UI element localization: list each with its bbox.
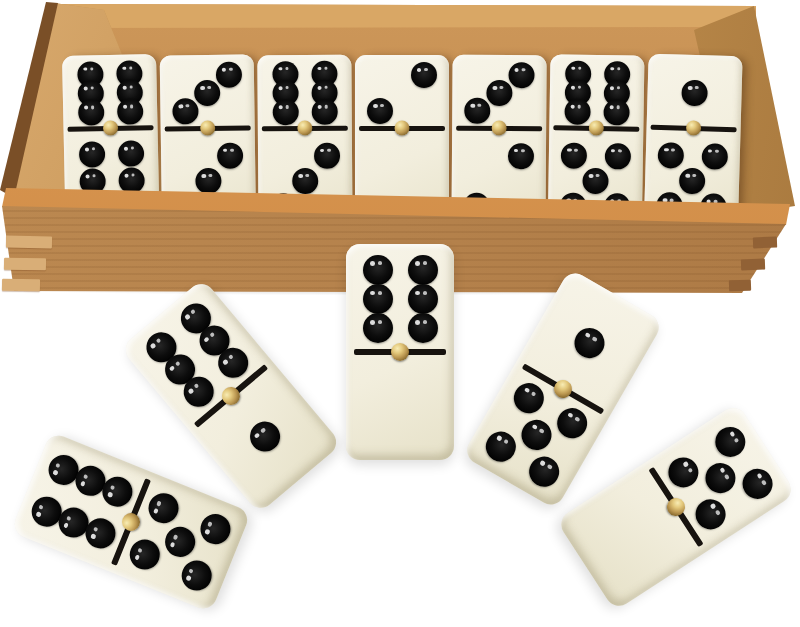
pip — [508, 378, 549, 419]
pip — [292, 168, 318, 194]
pip — [78, 141, 105, 168]
pip — [679, 168, 706, 195]
tile-half-top — [70, 62, 149, 124]
pip — [582, 168, 608, 194]
tile-half-top — [460, 63, 538, 124]
pip — [603, 99, 629, 125]
pip — [272, 99, 298, 125]
pip — [552, 403, 593, 444]
pip — [508, 62, 534, 88]
brass-spinner-pin — [391, 343, 409, 361]
finger-joint-left — [2, 279, 40, 292]
tile-half-bottom — [355, 359, 445, 451]
pip — [663, 451, 704, 492]
pip — [508, 143, 534, 169]
tile-half-top — [168, 62, 247, 123]
tile-half-top — [557, 62, 636, 123]
pip — [77, 99, 104, 126]
pip — [194, 80, 220, 106]
pip — [564, 99, 590, 125]
pip — [486, 80, 512, 106]
tile-half-bottom — [475, 373, 599, 498]
tile-half-top — [363, 63, 441, 123]
pip — [408, 255, 438, 285]
pip — [126, 535, 165, 574]
brass-spinner-pin — [297, 120, 312, 135]
pip — [363, 255, 393, 285]
pip — [144, 489, 183, 528]
pip — [172, 98, 198, 124]
pip — [217, 142, 243, 168]
pip — [408, 284, 438, 314]
pip — [408, 313, 438, 343]
pip — [464, 98, 490, 124]
finger-joint-right — [753, 237, 777, 249]
pip — [367, 98, 393, 124]
finger-joint-left — [6, 236, 52, 249]
pip — [244, 415, 286, 457]
tile-half-top — [355, 253, 445, 345]
pip — [524, 451, 565, 492]
tile-half-top — [655, 62, 735, 124]
brass-spinner-pin — [686, 120, 701, 135]
pip — [363, 284, 393, 314]
finger-joint-right — [741, 259, 765, 271]
pip — [709, 421, 750, 462]
brass-spinner-pin — [589, 120, 604, 135]
pip — [700, 457, 741, 498]
pip — [118, 167, 145, 194]
brass-spinner-pin — [492, 120, 507, 135]
brass-spinner-pin — [395, 121, 410, 136]
pip — [701, 143, 728, 170]
pip — [161, 522, 200, 561]
pip — [737, 463, 778, 504]
pip — [561, 142, 587, 168]
pip — [605, 143, 631, 169]
pip — [216, 62, 242, 88]
finger-joint-right — [729, 280, 751, 292]
pip — [569, 323, 610, 364]
domino-tile-fan-3[interactable] — [346, 244, 454, 460]
pip — [195, 168, 221, 194]
pip — [314, 143, 340, 169]
pip — [196, 509, 235, 548]
pip — [411, 62, 437, 88]
pip — [681, 80, 708, 107]
brass-spinner-pin — [103, 120, 118, 135]
brass-spinner-pin — [200, 120, 215, 135]
pip — [480, 426, 521, 467]
pip — [117, 140, 144, 167]
pip — [116, 99, 143, 126]
pip — [658, 142, 685, 169]
tile-half-top — [265, 63, 343, 124]
pip — [311, 99, 337, 125]
pip — [177, 556, 216, 595]
dominoes-photo-scene — [0, 0, 800, 627]
pip — [690, 494, 731, 535]
pip — [363, 313, 393, 343]
pip — [516, 414, 557, 455]
finger-joint-left — [4, 258, 46, 271]
